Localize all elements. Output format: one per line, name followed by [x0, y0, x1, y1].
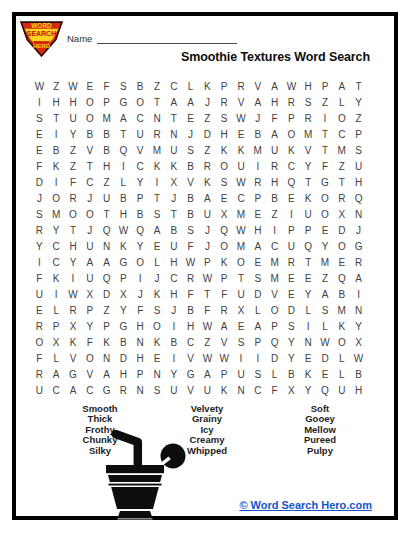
grid-cell: K	[48, 270, 65, 286]
grid-cell: G	[350, 238, 367, 254]
grid-cell: G	[115, 254, 132, 270]
grid-cell: P	[283, 223, 300, 239]
grid-cell: O	[81, 95, 98, 111]
grid-cell: W	[216, 350, 233, 366]
grid-cell: V	[81, 366, 98, 382]
grid-cell: K	[216, 143, 233, 159]
grid-cell: E	[317, 366, 334, 382]
grid-cell: H	[350, 175, 367, 191]
grid-cell: X	[81, 286, 98, 302]
grid-cell: K	[283, 143, 300, 159]
grid-cell: S	[350, 143, 367, 159]
grid-cell: A	[266, 79, 283, 95]
grid-cell: K	[115, 238, 132, 254]
grid-cell: H	[266, 175, 283, 191]
grid-cell: W	[233, 175, 250, 191]
grid-cell: Z	[65, 143, 82, 159]
grid-cell: E	[249, 207, 266, 223]
grid-cell: U	[65, 111, 82, 127]
grid-cell: C	[132, 159, 149, 175]
grid-cell: W	[182, 254, 199, 270]
grid-cell: X	[333, 207, 350, 223]
grid-cell: V	[249, 79, 266, 95]
grid-cell: H	[266, 95, 283, 111]
grid-cell: P	[81, 302, 98, 318]
grid-cell: T	[165, 207, 182, 223]
grid-cell: Z	[333, 159, 350, 175]
grid-cell: V	[182, 175, 199, 191]
grid-cell: L	[149, 254, 166, 270]
grid-cell: U	[233, 366, 250, 382]
grid-cell: R	[216, 95, 233, 111]
grid-cell: W	[65, 79, 82, 95]
grid-cell: H	[132, 350, 149, 366]
grid-cell: I	[350, 286, 367, 302]
grid-cell: J	[165, 302, 182, 318]
grid-cell: I	[115, 159, 132, 175]
grid-cell: Z	[350, 111, 367, 127]
grid-cell: T	[115, 127, 132, 143]
grid-cell: A	[165, 95, 182, 111]
grid-cell: W	[233, 111, 250, 127]
grid-cell: Q	[350, 191, 367, 207]
grid-cell: O	[333, 238, 350, 254]
grid-cell: K	[48, 159, 65, 175]
straw-icon	[116, 434, 138, 468]
grid-cell: H	[249, 223, 266, 239]
grid-cell: H	[65, 238, 82, 254]
grid-cell: S	[149, 207, 166, 223]
grid-cell: O	[317, 207, 334, 223]
word-list-item: Pulpy	[280, 446, 360, 456]
grid-cell: Z	[266, 207, 283, 223]
grid-cell: U	[31, 286, 48, 302]
grid-cell: P	[317, 79, 334, 95]
grid-cell: F	[266, 111, 283, 127]
grid-cell: B	[98, 127, 115, 143]
grid-cell: V	[300, 143, 317, 159]
grid-cell: Y	[283, 350, 300, 366]
grid-cell: N	[132, 334, 149, 350]
grid-cell: R	[233, 79, 250, 95]
grid-cell: R	[199, 159, 216, 175]
grid-cell: R	[182, 270, 199, 286]
grid-cell: A	[333, 79, 350, 95]
grid-cell: I	[233, 350, 250, 366]
grid-cell: H	[48, 95, 65, 111]
grid-cell: W	[350, 350, 367, 366]
grid-cell: Y	[165, 366, 182, 382]
grid-cell: Q	[300, 238, 317, 254]
grid-cell: L	[333, 350, 350, 366]
grid-cell: C	[48, 238, 65, 254]
grid-cell: J	[81, 223, 98, 239]
grid-cell: Y	[350, 318, 367, 334]
grid-cell: Y	[132, 238, 149, 254]
grid-cell: C	[81, 382, 98, 398]
grid-cell: R	[283, 254, 300, 270]
grid-cell: T	[350, 79, 367, 95]
grid-cell: B	[132, 207, 149, 223]
grid-cell: B	[182, 207, 199, 223]
grid-cell: U	[266, 143, 283, 159]
grid-cell: R	[216, 302, 233, 318]
grid-cell: T	[81, 159, 98, 175]
grid-cell: P	[266, 318, 283, 334]
grid-cell: P	[216, 366, 233, 382]
grid-cell: B	[182, 302, 199, 318]
grid-cell: P	[249, 191, 266, 207]
grid-cell: B	[115, 191, 132, 207]
grid-cell: U	[300, 207, 317, 223]
grid-cell: G	[115, 318, 132, 334]
grid-cell: H	[115, 366, 132, 382]
grid-cell: K	[149, 286, 166, 302]
grid-cell: O	[233, 254, 250, 270]
grid-cell: X	[283, 382, 300, 398]
grid-cell: O	[333, 334, 350, 350]
grid-cell: E	[31, 127, 48, 143]
grid-cell: V	[65, 350, 82, 366]
grid-cell: K	[233, 143, 250, 159]
grid-cell: Y	[81, 318, 98, 334]
grid-cell: S	[216, 111, 233, 127]
grid-cell: N	[350, 207, 367, 223]
grid-cell: F	[182, 238, 199, 254]
grid-cell: Z	[98, 302, 115, 318]
grid-cell: E	[300, 350, 317, 366]
grid-cell: Y	[31, 238, 48, 254]
grid-cell: L	[266, 366, 283, 382]
grid-cell: D	[266, 350, 283, 366]
grid-cell: F	[216, 286, 233, 302]
grid-cell: E	[233, 127, 250, 143]
grid-cell: N	[132, 382, 149, 398]
grid-cell: Q	[115, 143, 132, 159]
grid-cell: T	[199, 286, 216, 302]
grid-cell: U	[199, 207, 216, 223]
grid-cell: F	[317, 159, 334, 175]
grid-cell: G	[98, 382, 115, 398]
grid-cell: D	[317, 350, 334, 366]
grid-cell: Q	[333, 270, 350, 286]
grid-cell: C	[132, 111, 149, 127]
grid-cell: D	[283, 302, 300, 318]
grid-cell: T	[48, 111, 65, 127]
grid-cell: M	[233, 238, 250, 254]
grid-cell: V	[216, 334, 233, 350]
grid-cell: A	[249, 238, 266, 254]
grid-cell: Z	[199, 334, 216, 350]
grid-cell: R	[31, 366, 48, 382]
grid-cell: W	[31, 79, 48, 95]
grid-cell: H	[165, 254, 182, 270]
grid-cell: U	[233, 286, 250, 302]
grid-cell: P	[199, 254, 216, 270]
grid-cell: E	[249, 254, 266, 270]
grid-cell: Z	[65, 159, 82, 175]
grid-cell: K	[300, 191, 317, 207]
grid-cell: U	[165, 143, 182, 159]
grid-cell: U	[199, 382, 216, 398]
grid-cell: C	[333, 127, 350, 143]
grid-cell: F	[199, 302, 216, 318]
grid-cell: B	[266, 191, 283, 207]
grid-cell: O	[333, 111, 350, 127]
grid-cell: A	[48, 366, 65, 382]
grid-cell: C	[165, 270, 182, 286]
grid-cell: N	[300, 334, 317, 350]
grid-cell: E	[149, 350, 166, 366]
grid-cell: M	[317, 254, 334, 270]
grid-cell: A	[182, 95, 199, 111]
grid-cell: F	[132, 302, 149, 318]
grid-cell: N	[149, 366, 166, 382]
grid-cell: N	[233, 382, 250, 398]
grid-cell: V	[266, 286, 283, 302]
grid-cell: U	[81, 270, 98, 286]
grid-cell: B	[115, 334, 132, 350]
grid-cell: E	[333, 254, 350, 270]
grid-cell: S	[149, 302, 166, 318]
logo-hero-line: HERO	[33, 43, 51, 49]
grid-cell: Q	[98, 223, 115, 239]
grid-cell: Z	[317, 95, 334, 111]
name-row: Name	[67, 33, 237, 44]
grid-cell: N	[149, 111, 166, 127]
grid-cell: S	[283, 318, 300, 334]
grid-cell: M	[149, 143, 166, 159]
grid-cell: H	[216, 127, 233, 143]
grid-cell: I	[165, 350, 182, 366]
grid-cell: N	[350, 302, 367, 318]
grid-cell: R	[115, 382, 132, 398]
grid-cell: E	[233, 318, 250, 334]
page-title: Smoothie Textures Word Search	[181, 50, 370, 64]
grid-cell: J	[81, 191, 98, 207]
grid-cell: P	[300, 223, 317, 239]
grid-cell: F	[31, 270, 48, 286]
grid-cell: Z	[149, 79, 166, 95]
grid-cell: J	[165, 191, 182, 207]
grid-cell: I	[31, 95, 48, 111]
grid-cell: E	[300, 270, 317, 286]
grid-cell: M	[300, 127, 317, 143]
grid-cell: A	[81, 254, 98, 270]
grid-cell: L	[48, 350, 65, 366]
grid-cell: P	[283, 111, 300, 127]
grid-cell: I	[283, 207, 300, 223]
grid-cell: U	[132, 127, 149, 143]
grid-cell: O	[65, 207, 82, 223]
grid-cell: O	[132, 95, 149, 111]
grid-cell: L	[48, 302, 65, 318]
grid-cell: R	[350, 254, 367, 270]
grid-cell: Z	[199, 143, 216, 159]
grid-cell: S	[249, 270, 266, 286]
grid-cell: Q	[216, 223, 233, 239]
grid-cell: E	[283, 191, 300, 207]
grid-cell: A	[249, 318, 266, 334]
grid-cell: H	[300, 79, 317, 95]
grid-cell: Y	[283, 334, 300, 350]
grid-cell: I	[317, 111, 334, 127]
grid-cell: O	[216, 159, 233, 175]
grid-cell: A	[199, 366, 216, 382]
grid-cell: P	[216, 79, 233, 95]
grid-cell: K	[300, 366, 317, 382]
grid-cell: N	[98, 238, 115, 254]
grid-cell: G	[115, 95, 132, 111]
grid-cell: K	[199, 79, 216, 95]
grid-cell: V	[233, 95, 250, 111]
grid-cell: Z	[48, 79, 65, 95]
grid-cell: E	[31, 302, 48, 318]
grid-cell: H	[132, 318, 149, 334]
grid-cell: T	[149, 95, 166, 111]
grid-cell: R	[333, 191, 350, 207]
grid-cell: E	[31, 143, 48, 159]
grid-cell: C	[48, 382, 65, 398]
grid-cell: M	[249, 143, 266, 159]
grid-cell: E	[283, 286, 300, 302]
grid-cell: O	[81, 111, 98, 127]
grid-cell: B	[182, 191, 199, 207]
grid-cell: R	[65, 302, 82, 318]
grid-cell: Y	[65, 127, 82, 143]
grid-cell: W	[199, 270, 216, 286]
grid-cell: I	[300, 318, 317, 334]
grid-cell: A	[98, 254, 115, 270]
grid-cell: B	[132, 79, 149, 95]
logo-word-line: WORD	[31, 22, 52, 29]
grid-cell: G	[65, 366, 82, 382]
grid-cell: W	[65, 286, 82, 302]
grid-cell: D	[98, 286, 115, 302]
grid-cell: V	[81, 143, 98, 159]
grid-cell: F	[65, 175, 82, 191]
grid-cell: A	[350, 270, 367, 286]
grid-cell: O	[317, 191, 334, 207]
grid-cell: I	[249, 159, 266, 175]
grid-cell: R	[300, 111, 317, 127]
grid-cell: W	[115, 223, 132, 239]
grid-cell: W	[283, 79, 300, 95]
grid-cell: F	[81, 334, 98, 350]
grid-cell: E	[317, 223, 334, 239]
grid-cell: T	[165, 111, 182, 127]
grid-cell: D	[115, 350, 132, 366]
grid-cell: U	[165, 382, 182, 398]
grid-cell: H	[115, 207, 132, 223]
grid-cell: B	[81, 127, 98, 143]
grid-cell: D	[333, 223, 350, 239]
grid-cell: I	[249, 350, 266, 366]
grid-cell: F	[266, 382, 283, 398]
grid-cell: I	[65, 270, 82, 286]
grid-cell: P	[249, 334, 266, 350]
grid-cell: V	[132, 143, 149, 159]
grid-cell: E	[149, 238, 166, 254]
grid-cell: Y	[317, 238, 334, 254]
grid-cell: P	[350, 127, 367, 143]
grid-cell: H	[98, 159, 115, 175]
name-blank-line	[97, 33, 237, 44]
grid-cell: Y	[350, 95, 367, 111]
grid-cell: O	[48, 191, 65, 207]
grid-cell: O	[283, 127, 300, 143]
grid-cell: V	[182, 382, 199, 398]
grid-cell: L	[300, 302, 317, 318]
grid-cell: B	[249, 127, 266, 143]
grid-cell: U	[233, 159, 250, 175]
grid-cell: Z	[199, 111, 216, 127]
grid-cell: B	[98, 143, 115, 159]
name-label: Name	[67, 33, 92, 44]
grid-cell: U	[165, 238, 182, 254]
grid-cell: L	[182, 79, 199, 95]
grid-cell: X	[48, 334, 65, 350]
grid-cell: P	[48, 318, 65, 334]
grid-cell: S	[149, 382, 166, 398]
grid-cell: Q	[266, 334, 283, 350]
grid-cell: A	[249, 95, 266, 111]
grid-cell: S	[216, 175, 233, 191]
grid-cell: Y	[132, 175, 149, 191]
grid-cell: B	[333, 286, 350, 302]
grid-cell: I	[149, 175, 166, 191]
grid-cell: I	[48, 127, 65, 143]
grid-cell: F	[98, 79, 115, 95]
word-search-hero-link[interactable]: © Word Search Hero.com	[239, 499, 372, 511]
grid-cell: H	[182, 318, 199, 334]
grid-cell: I	[48, 175, 65, 191]
grid-cell: I	[132, 270, 149, 286]
grid-cell: J	[149, 270, 166, 286]
grid-cell: K	[199, 175, 216, 191]
grid-cell: Q	[132, 223, 149, 239]
grid-cell: B	[182, 159, 199, 175]
grid-cell: E	[182, 111, 199, 127]
grid-cell: M	[233, 207, 250, 223]
grid-cell: Q	[283, 175, 300, 191]
grid-cell: O	[81, 207, 98, 223]
grid-cell: K	[333, 318, 350, 334]
grid-cell: I	[31, 254, 48, 270]
grid-cell: M	[48, 207, 65, 223]
grid-cell: L	[115, 175, 132, 191]
grid-cell: U	[333, 382, 350, 398]
grid-cell: O	[132, 254, 149, 270]
grid-cell: S	[317, 302, 334, 318]
grid-cell: U	[31, 382, 48, 398]
grid-cell: T	[149, 191, 166, 207]
grid-cell: E	[81, 79, 98, 95]
grid-cell: P	[115, 270, 132, 286]
cup-foot	[118, 511, 153, 518]
grid-cell: X	[350, 334, 367, 350]
cup-body	[108, 475, 162, 509]
grid-cell: K	[65, 334, 82, 350]
grid-cell: D	[31, 175, 48, 191]
grid-cell: L	[249, 302, 266, 318]
grid-cell: B	[283, 366, 300, 382]
grid-cell: A	[115, 111, 132, 127]
grid-cell: R	[266, 159, 283, 175]
grid-cell: O	[149, 318, 166, 334]
grid-cell: R	[149, 127, 166, 143]
grid-cell: T	[65, 223, 82, 239]
